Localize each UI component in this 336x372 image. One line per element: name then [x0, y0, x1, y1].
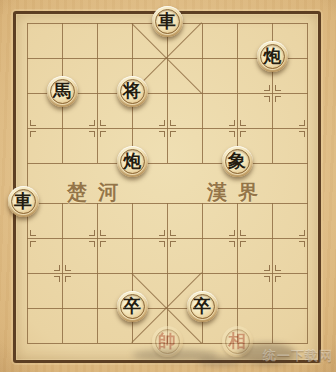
star-point-mark — [240, 120, 246, 126]
grid-line — [237, 23, 238, 163]
star-point-mark — [240, 241, 246, 247]
star-point-mark — [100, 131, 106, 137]
star-point-mark — [159, 120, 165, 126]
river-label-han-jie: 漢界 — [201, 179, 275, 206]
piece-character: 車 — [14, 192, 32, 210]
xiangqi-piece-black[interactable]: 馬 — [47, 76, 78, 107]
star-point-mark — [65, 276, 71, 282]
star-point-mark — [240, 131, 246, 137]
bottom-smudge-artifact-center — [198, 357, 242, 366]
grid-line — [167, 23, 168, 163]
xiangqi-piece-black[interactable]: 炮 — [257, 41, 288, 72]
piece-character: 卒 — [193, 297, 211, 315]
watermark: 统一下载网 — [263, 347, 333, 365]
star-point-mark — [30, 120, 36, 126]
xiangqi-piece-black[interactable]: 象 — [222, 146, 253, 177]
star-point-mark — [159, 131, 165, 137]
star-point-mark — [89, 120, 95, 126]
star-point-mark — [299, 120, 305, 126]
grid-line — [202, 23, 203, 163]
piece-character: 象 — [228, 152, 246, 170]
star-point-mark — [89, 131, 95, 137]
grid-line — [202, 203, 203, 343]
xiangqi-piece-black[interactable]: 将 — [117, 76, 148, 107]
star-point-mark — [159, 230, 165, 236]
star-point-mark — [30, 131, 36, 137]
star-point-mark — [275, 265, 281, 271]
star-point-mark — [229, 230, 235, 236]
star-point-mark — [100, 241, 106, 247]
grid-line — [27, 23, 28, 343]
star-point-mark — [170, 241, 176, 247]
star-point-mark — [229, 131, 235, 137]
star-point-mark — [240, 230, 246, 236]
grid-line — [307, 23, 308, 343]
star-point-mark — [54, 265, 60, 271]
star-point-mark — [170, 131, 176, 137]
star-point-mark — [299, 230, 305, 236]
xiangqi-piece-black[interactable]: 車 — [152, 6, 183, 37]
piece-character: 炮 — [123, 152, 141, 170]
star-point-mark — [275, 85, 281, 91]
star-point-mark — [65, 265, 71, 271]
star-point-mark — [264, 276, 270, 282]
star-point-mark — [170, 120, 176, 126]
star-point-mark — [264, 265, 270, 271]
star-point-mark — [229, 120, 235, 126]
piece-character: 帥 — [158, 332, 176, 350]
star-point-mark — [170, 230, 176, 236]
star-point-mark — [89, 241, 95, 247]
xiangqi-board-screen: 楚河 漢界 車炮馬将炮象車卒卒帥相 统一下载网 — [0, 0, 336, 372]
star-point-mark — [100, 230, 106, 236]
star-point-mark — [30, 241, 36, 247]
xiangqi-piece-black[interactable]: 車 — [8, 186, 39, 217]
star-point-mark — [275, 96, 281, 102]
grid-line — [167, 203, 168, 343]
piece-character: 卒 — [123, 297, 141, 315]
star-point-mark — [100, 120, 106, 126]
star-point-mark — [30, 230, 36, 236]
piece-character: 馬 — [53, 82, 71, 100]
xiangqi-piece-black[interactable]: 炮 — [117, 146, 148, 177]
star-point-mark — [159, 241, 165, 247]
star-point-mark — [264, 85, 270, 91]
piece-character: 将 — [123, 82, 141, 100]
piece-character: 炮 — [263, 47, 281, 65]
star-point-mark — [229, 241, 235, 247]
grid-line — [62, 203, 63, 343]
star-point-mark — [299, 131, 305, 137]
grid-line — [97, 23, 98, 163]
star-point-mark — [264, 96, 270, 102]
grid-line — [272, 203, 273, 343]
star-point-mark — [89, 230, 95, 236]
star-point-mark — [299, 241, 305, 247]
piece-character: 車 — [158, 12, 176, 30]
grid-line — [97, 203, 98, 343]
river-label-chu-he: 楚河 — [61, 179, 135, 206]
xiangqi-piece-black[interactable]: 卒 — [117, 291, 148, 322]
star-point-mark — [54, 276, 60, 282]
grid-line — [27, 163, 308, 164]
grid-line — [237, 203, 238, 343]
star-point-mark — [275, 276, 281, 282]
xiangqi-piece-black[interactable]: 卒 — [187, 291, 218, 322]
